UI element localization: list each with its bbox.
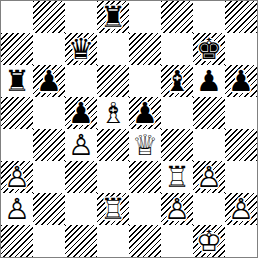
piece-glyph: ♟ (129, 97, 161, 129)
square-f3[interactable]: ♜♖ (161, 161, 193, 193)
piece-glyph: ♜ (97, 1, 129, 33)
square-g3[interactable]: ♟♙ (193, 161, 225, 193)
piece-glyph: ♙ (1, 193, 33, 225)
piece-glyph: ♔ (193, 225, 225, 257)
white-king-icon: ♚♔ (193, 225, 225, 257)
square-b1[interactable] (33, 225, 65, 257)
piece-glyph: ♟ (65, 97, 97, 129)
square-g6[interactable]: ♟♟ (193, 65, 225, 97)
square-b8[interactable] (33, 1, 65, 33)
square-e7[interactable] (129, 33, 161, 65)
square-d2[interactable]: ♜♖ (97, 193, 129, 225)
square-e8[interactable] (129, 1, 161, 33)
square-h5[interactable] (225, 97, 257, 129)
square-a5[interactable] (1, 97, 33, 129)
square-f6[interactable]: ♝♝ (161, 65, 193, 97)
chess-diagram: ♜♜♛♛♚♚♜♜♟♟♝♝♟♟♟♟♟♟♝♗♟♟♟♙♛♕♟♙♜♖♟♙♟♙♜♖♟♙♟♙… (0, 0, 258, 258)
white-pawn-icon: ♟♙ (161, 193, 193, 225)
square-e4[interactable]: ♛♕ (129, 129, 161, 161)
square-b5[interactable] (33, 97, 65, 129)
black-pawn-icon: ♟♟ (225, 65, 257, 97)
square-h2[interactable]: ♟♙ (225, 193, 257, 225)
black-pawn-icon: ♟♟ (129, 97, 161, 129)
white-pawn-icon: ♟♙ (1, 193, 33, 225)
square-e3[interactable] (129, 161, 161, 193)
white-pawn-icon: ♟♙ (225, 193, 257, 225)
piece-glyph: ♕ (129, 129, 161, 161)
square-b4[interactable] (33, 129, 65, 161)
square-h7[interactable] (225, 33, 257, 65)
chess-board: ♜♜♛♛♚♚♜♜♟♟♝♝♟♟♟♟♟♟♝♗♟♟♟♙♛♕♟♙♜♖♟♙♟♙♜♖♟♙♟♙… (0, 0, 258, 258)
piece-glyph: ♙ (1, 161, 33, 193)
square-a1[interactable] (1, 225, 33, 257)
square-e2[interactable] (129, 193, 161, 225)
square-a2[interactable]: ♟♙ (1, 193, 33, 225)
square-c6[interactable] (65, 65, 97, 97)
square-c7[interactable]: ♛♛ (65, 33, 97, 65)
square-f8[interactable] (161, 1, 193, 33)
square-b6[interactable]: ♟♟ (33, 65, 65, 97)
black-queen-icon: ♛♛ (65, 33, 97, 65)
square-e6[interactable] (129, 65, 161, 97)
square-h8[interactable] (225, 1, 257, 33)
square-h6[interactable]: ♟♟ (225, 65, 257, 97)
piece-glyph: ♜ (1, 65, 33, 97)
piece-glyph: ♟ (33, 65, 65, 97)
piece-glyph: ♟ (225, 65, 257, 97)
white-pawn-icon: ♟♙ (65, 129, 97, 161)
square-a4[interactable] (1, 129, 33, 161)
square-e5[interactable]: ♟♟ (129, 97, 161, 129)
square-c1[interactable] (65, 225, 97, 257)
square-g8[interactable] (193, 1, 225, 33)
piece-glyph: ♝ (161, 65, 193, 97)
square-d8[interactable]: ♜♜ (97, 1, 129, 33)
square-f5[interactable] (161, 97, 193, 129)
square-d7[interactable] (97, 33, 129, 65)
square-c2[interactable] (65, 193, 97, 225)
square-b7[interactable] (33, 33, 65, 65)
square-b2[interactable] (33, 193, 65, 225)
piece-glyph: ♖ (161, 161, 193, 193)
black-pawn-icon: ♟♟ (33, 65, 65, 97)
square-a3[interactable]: ♟♙ (1, 161, 33, 193)
square-g1[interactable]: ♚♔ (193, 225, 225, 257)
piece-glyph: ♟ (193, 65, 225, 97)
piece-glyph: ♛ (65, 33, 97, 65)
square-g7[interactable]: ♚♚ (193, 33, 225, 65)
square-f4[interactable] (161, 129, 193, 161)
square-d5[interactable]: ♝♗ (97, 97, 129, 129)
piece-glyph: ♙ (65, 129, 97, 161)
square-a7[interactable] (1, 33, 33, 65)
square-d6[interactable] (97, 65, 129, 97)
square-a8[interactable] (1, 1, 33, 33)
white-pawn-icon: ♟♙ (1, 161, 33, 193)
black-bishop-icon: ♝♝ (161, 65, 193, 97)
square-g5[interactable] (193, 97, 225, 129)
piece-glyph: ♙ (225, 193, 257, 225)
square-e1[interactable] (129, 225, 161, 257)
white-queen-icon: ♛♕ (129, 129, 161, 161)
square-g2[interactable] (193, 193, 225, 225)
black-pawn-icon: ♟♟ (193, 65, 225, 97)
black-king-icon: ♚♚ (193, 33, 225, 65)
white-pawn-icon: ♟♙ (193, 161, 225, 193)
black-rook-icon: ♜♜ (1, 65, 33, 97)
white-bishop-icon: ♝♗ (97, 97, 129, 129)
square-b3[interactable] (33, 161, 65, 193)
square-c5[interactable]: ♟♟ (65, 97, 97, 129)
square-d4[interactable] (97, 129, 129, 161)
square-a6[interactable]: ♜♜ (1, 65, 33, 97)
white-rook-icon: ♜♖ (161, 161, 193, 193)
square-g4[interactable] (193, 129, 225, 161)
square-f1[interactable] (161, 225, 193, 257)
square-h3[interactable] (225, 161, 257, 193)
square-h1[interactable] (225, 225, 257, 257)
square-c3[interactable] (65, 161, 97, 193)
piece-glyph: ♙ (161, 193, 193, 225)
white-rook-icon: ♜♖ (97, 193, 129, 225)
piece-glyph: ♚ (193, 33, 225, 65)
black-pawn-icon: ♟♟ (65, 97, 97, 129)
piece-glyph: ♗ (97, 97, 129, 129)
square-h4[interactable] (225, 129, 257, 161)
square-c8[interactable] (65, 1, 97, 33)
square-f2[interactable]: ♟♙ (161, 193, 193, 225)
black-rook-icon: ♜♜ (97, 1, 129, 33)
square-c4[interactable]: ♟♙ (65, 129, 97, 161)
piece-glyph: ♖ (97, 193, 129, 225)
square-d1[interactable] (97, 225, 129, 257)
square-f7[interactable] (161, 33, 193, 65)
piece-glyph: ♙ (193, 161, 225, 193)
square-d3[interactable] (97, 161, 129, 193)
